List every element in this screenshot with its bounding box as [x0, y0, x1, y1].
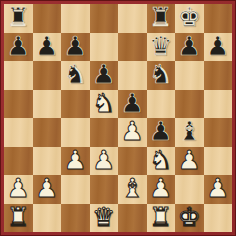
square-c8[interactable] — [61, 4, 90, 33]
white-pawn-piece: ♟ — [178, 147, 201, 174]
black-pawn-piece: ♟ — [7, 33, 30, 60]
square-h4[interactable] — [204, 118, 233, 147]
square-h7[interactable]: ♟ — [204, 33, 233, 62]
black-pawn-piece: ♟ — [178, 33, 201, 60]
square-a8[interactable]: ♜ — [4, 4, 33, 33]
square-e1[interactable] — [118, 204, 147, 233]
square-h5[interactable] — [204, 90, 233, 119]
white-pawn-piece: ♟ — [64, 147, 87, 174]
black-queen-piece: ♛ — [149, 33, 172, 60]
square-e8[interactable] — [118, 4, 147, 33]
square-g7[interactable]: ♟ — [175, 33, 204, 62]
square-f6[interactable]: ♞ — [147, 61, 176, 90]
square-b7[interactable]: ♟ — [33, 33, 62, 62]
square-g2[interactable] — [175, 175, 204, 204]
black-pawn-piece: ♟ — [121, 90, 144, 117]
square-h6[interactable] — [204, 61, 233, 90]
square-a7[interactable]: ♟ — [4, 33, 33, 62]
white-pawn-piece: ♟ — [92, 147, 115, 174]
square-g5[interactable] — [175, 90, 204, 119]
white-pawn-piece: ♟ — [7, 175, 30, 202]
square-b6[interactable] — [33, 61, 62, 90]
white-rook-piece: ♜ — [7, 204, 30, 231]
square-e6[interactable] — [118, 61, 147, 90]
black-knight-piece: ♞ — [64, 61, 87, 88]
black-bishop-piece: ♝ — [178, 118, 201, 145]
square-b4[interactable] — [33, 118, 62, 147]
square-a2[interactable]: ♟ — [4, 175, 33, 204]
white-knight-piece: ♞ — [149, 147, 172, 174]
square-c4[interactable] — [61, 118, 90, 147]
square-g8[interactable]: ♚ — [175, 4, 204, 33]
white-rook-piece: ♜ — [149, 204, 172, 231]
square-c3[interactable]: ♟ — [61, 147, 90, 176]
white-queen-piece: ♛ — [92, 204, 115, 231]
white-pawn-piece: ♟ — [206, 175, 229, 202]
square-f3[interactable]: ♞ — [147, 147, 176, 176]
square-h8[interactable] — [204, 4, 233, 33]
square-g3[interactable]: ♟ — [175, 147, 204, 176]
square-d8[interactable] — [90, 4, 119, 33]
square-c5[interactable] — [61, 90, 90, 119]
square-a5[interactable] — [4, 90, 33, 119]
white-pawn-piece: ♟ — [121, 118, 144, 145]
square-d4[interactable] — [90, 118, 119, 147]
square-b3[interactable] — [33, 147, 62, 176]
square-c2[interactable] — [61, 175, 90, 204]
white-knight-piece: ♞ — [92, 90, 115, 117]
square-e7[interactable] — [118, 33, 147, 62]
square-c6[interactable]: ♞ — [61, 61, 90, 90]
square-d7[interactable] — [90, 33, 119, 62]
square-b5[interactable] — [33, 90, 62, 119]
square-c7[interactable]: ♟ — [61, 33, 90, 62]
black-pawn-piece: ♟ — [206, 33, 229, 60]
square-g6[interactable] — [175, 61, 204, 90]
square-a4[interactable] — [4, 118, 33, 147]
black-pawn-piece: ♟ — [35, 33, 58, 60]
square-b1[interactable] — [33, 204, 62, 233]
square-d1[interactable]: ♛ — [90, 204, 119, 233]
square-f2[interactable]: ♟ — [147, 175, 176, 204]
square-d5[interactable]: ♞ — [90, 90, 119, 119]
chess-board: ♜♜♚♟♟♟♛♟♟♞♟♞♞♟♟♟♝♟♟♞♟♟♟♝♟♟♜♛♜♚ — [4, 4, 232, 232]
square-e4[interactable]: ♟ — [118, 118, 147, 147]
black-pawn-piece: ♟ — [64, 33, 87, 60]
square-g1[interactable]: ♚ — [175, 204, 204, 233]
square-g4[interactable]: ♝ — [175, 118, 204, 147]
white-bishop-piece: ♝ — [121, 175, 144, 202]
black-king-piece: ♚ — [178, 4, 201, 31]
square-h2[interactable]: ♟ — [204, 175, 233, 204]
square-h3[interactable] — [204, 147, 233, 176]
square-d2[interactable] — [90, 175, 119, 204]
square-a1[interactable]: ♜ — [4, 204, 33, 233]
white-king-piece: ♚ — [178, 204, 201, 231]
square-b8[interactable] — [33, 4, 62, 33]
square-f4[interactable]: ♟ — [147, 118, 176, 147]
square-d3[interactable]: ♟ — [90, 147, 119, 176]
square-f8[interactable]: ♜ — [147, 4, 176, 33]
square-a6[interactable] — [4, 61, 33, 90]
black-rook-piece: ♜ — [149, 4, 172, 31]
square-a3[interactable] — [4, 147, 33, 176]
square-b2[interactable]: ♟ — [33, 175, 62, 204]
square-f1[interactable]: ♜ — [147, 204, 176, 233]
white-pawn-piece: ♟ — [149, 175, 172, 202]
black-rook-piece: ♜ — [7, 4, 30, 31]
black-pawn-piece: ♟ — [149, 118, 172, 145]
square-f5[interactable] — [147, 90, 176, 119]
square-c1[interactable] — [61, 204, 90, 233]
square-h1[interactable] — [204, 204, 233, 233]
white-pawn-piece: ♟ — [35, 175, 58, 202]
square-e3[interactable] — [118, 147, 147, 176]
square-d6[interactable]: ♟ — [90, 61, 119, 90]
black-pawn-piece: ♟ — [92, 61, 115, 88]
square-e2[interactable]: ♝ — [118, 175, 147, 204]
chess-board-frame: ♜♜♚♟♟♟♛♟♟♞♟♞♞♟♟♟♝♟♟♞♟♟♟♝♟♟♜♛♜♚ — [0, 0, 236, 236]
black-knight-piece: ♞ — [149, 61, 172, 88]
square-e5[interactable]: ♟ — [118, 90, 147, 119]
square-f7[interactable]: ♛ — [147, 33, 176, 62]
